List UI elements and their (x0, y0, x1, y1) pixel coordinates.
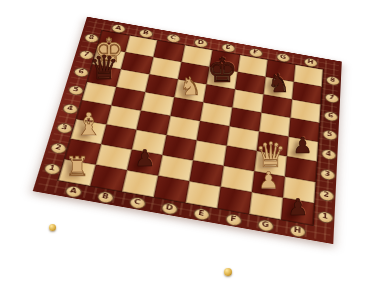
piece-black-pawn-h1[interactable]: ♟ (287, 196, 308, 219)
piece-white-rook-a1[interactable]: ♜ (65, 154, 89, 181)
piece-black-pawn-c2[interactable]: ♟ (135, 147, 156, 170)
piece-white-knight-d6[interactable]: ♞ (179, 74, 201, 99)
piece-white-bishop-a3[interactable]: ♝ (75, 109, 103, 140)
brass-hinge-2 (224, 268, 232, 276)
piece-white-pawn-g2[interactable]: ♟ (258, 169, 279, 192)
chess-photo-scene: AA88BB77CC66DD55EE44FF33GG22HH11 ♚♛♚♞♞♝♟… (0, 0, 380, 285)
brass-hinge-1 (49, 224, 56, 231)
piece-black-king-e7[interactable]: ♚ (207, 53, 237, 87)
piece-black-knight-g7[interactable]: ♞ (268, 71, 290, 96)
piece-black-queen-a6[interactable]: ♛ (89, 51, 119, 84)
piece-black-pawn-h4[interactable]: ♟ (293, 135, 313, 157)
